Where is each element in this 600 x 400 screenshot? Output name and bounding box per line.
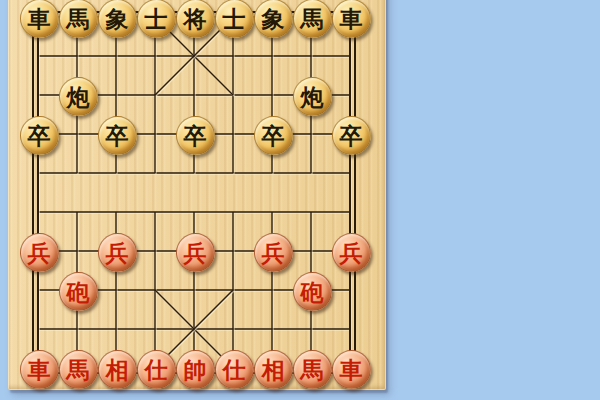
piece-character: 馬 [301, 358, 324, 381]
piece-character: 士 [145, 7, 168, 30]
piece-red-horse[interactable]: 馬 [293, 350, 332, 389]
piece-character: 砲 [67, 280, 90, 303]
piece-red-horse[interactable]: 馬 [59, 350, 98, 389]
piece-red-cannon[interactable]: 砲 [59, 272, 98, 311]
piece-character: 車 [340, 358, 363, 381]
piece-character: 馬 [67, 7, 90, 30]
piece-character: 象 [106, 7, 129, 30]
piece-character: 車 [28, 358, 51, 381]
piece-character: 帥 [184, 358, 207, 381]
piece-black-chariot[interactable]: 車 [20, 0, 59, 38]
piece-red-soldier[interactable]: 兵 [332, 233, 371, 272]
piece-red-advisor[interactable]: 仕 [137, 350, 176, 389]
piece-character: 相 [106, 358, 129, 381]
piece-character: 馬 [301, 7, 324, 30]
piece-character: 炮 [301, 85, 324, 108]
piece-character: 将 [184, 7, 207, 30]
piece-red-chariot[interactable]: 車 [332, 350, 371, 389]
piece-black-advisor[interactable]: 士 [215, 0, 254, 38]
piece-character: 卒 [28, 124, 51, 147]
piece-black-elephant[interactable]: 象 [98, 0, 137, 38]
piece-black-soldier[interactable]: 卒 [98, 116, 137, 155]
piece-character: 卒 [184, 124, 207, 147]
piece-character: 仕 [223, 358, 246, 381]
piece-character: 車 [340, 7, 363, 30]
piece-red-general[interactable]: 帥 [176, 350, 215, 389]
piece-black-soldier[interactable]: 卒 [20, 116, 59, 155]
piece-character: 兵 [340, 241, 363, 264]
piece-character: 卒 [106, 124, 129, 147]
piece-character: 兵 [262, 241, 285, 264]
piece-character: 卒 [262, 124, 285, 147]
piece-black-chariot[interactable]: 車 [332, 0, 371, 38]
piece-red-elephant[interactable]: 相 [98, 350, 137, 389]
piece-black-horse[interactable]: 馬 [59, 0, 98, 38]
piece-black-elephant[interactable]: 象 [254, 0, 293, 38]
piece-black-horse[interactable]: 馬 [293, 0, 332, 38]
piece-character: 兵 [184, 241, 207, 264]
xiangqi-app-window: 車馬象士将士象馬車炮炮卒卒卒卒卒兵兵兵兵兵砲砲車馬相仕帥仕相馬車 [0, 0, 600, 400]
piece-red-chariot[interactable]: 車 [20, 350, 59, 389]
piece-red-cannon[interactable]: 砲 [293, 272, 332, 311]
piece-red-soldier[interactable]: 兵 [176, 233, 215, 272]
piece-character: 士 [223, 7, 246, 30]
piece-character: 兵 [106, 241, 129, 264]
xiangqi-board[interactable] [8, 0, 386, 390]
piece-character: 兵 [28, 241, 51, 264]
piece-red-soldier[interactable]: 兵 [20, 233, 59, 272]
piece-black-soldier[interactable]: 卒 [332, 116, 371, 155]
piece-black-cannon[interactable]: 炮 [59, 77, 98, 116]
piece-character: 馬 [67, 358, 90, 381]
piece-red-soldier[interactable]: 兵 [98, 233, 137, 272]
piece-black-soldier[interactable]: 卒 [254, 116, 293, 155]
piece-character: 象 [262, 7, 285, 30]
piece-black-cannon[interactable]: 炮 [293, 77, 332, 116]
piece-black-advisor[interactable]: 士 [137, 0, 176, 38]
piece-black-soldier[interactable]: 卒 [176, 116, 215, 155]
piece-character: 砲 [301, 280, 324, 303]
piece-character: 炮 [67, 85, 90, 108]
piece-character: 車 [28, 7, 51, 30]
piece-red-elephant[interactable]: 相 [254, 350, 293, 389]
piece-red-soldier[interactable]: 兵 [254, 233, 293, 272]
piece-character: 相 [262, 358, 285, 381]
piece-black-general[interactable]: 将 [176, 0, 215, 38]
piece-character: 卒 [340, 124, 363, 147]
piece-character: 仕 [145, 358, 168, 381]
piece-red-advisor[interactable]: 仕 [215, 350, 254, 389]
